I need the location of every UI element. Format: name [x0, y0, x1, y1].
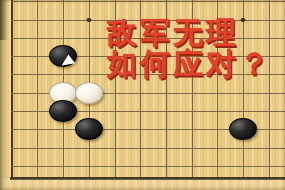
stone-white-D6[interactable] — [75, 82, 103, 104]
grid-line-h — [11, 166, 285, 167]
board-bottom-margin — [0, 179, 285, 190]
caption-line-2: 如何应对？ — [107, 48, 272, 79]
star-point — [86, 18, 91, 22]
stone-black-C8[interactable] — [49, 45, 77, 67]
stone-black-C5[interactable] — [49, 100, 77, 122]
stone-black-D4[interactable] — [75, 118, 103, 140]
caption-overlay: 敌军无理 如何应对？ — [107, 17, 272, 79]
grid-line-h — [11, 148, 285, 149]
grid-line-h — [11, 1, 285, 2]
caption-line-1: 敌军无理 — [107, 17, 272, 48]
go-board[interactable]: 敌军无理 如何应对？ — [0, 0, 285, 190]
board-edge-line-left — [11, 0, 13, 180]
grid-line-v — [37, 0, 38, 180]
stone-black-K4[interactable] — [229, 118, 257, 140]
